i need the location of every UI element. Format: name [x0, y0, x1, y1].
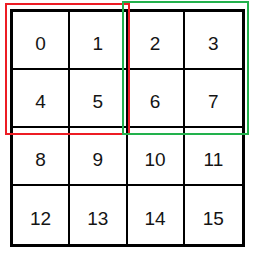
cell-7: 7	[185, 70, 242, 128]
cell-10: 10	[128, 128, 185, 186]
cell-5: 5	[70, 70, 127, 128]
cell-15: 15	[185, 186, 242, 244]
cell-9: 9	[70, 128, 127, 186]
cell-4: 4	[13, 70, 70, 128]
cell-8: 8	[13, 128, 70, 186]
cell-11: 11	[185, 128, 242, 186]
grid-board: 0 1 2 3 4 5 6 7 8 9 10 11 12 13 14 15	[10, 9, 245, 247]
cell-0: 0	[13, 12, 70, 70]
cell-12: 12	[13, 186, 70, 244]
cell-6: 6	[128, 70, 185, 128]
cell-2: 2	[128, 12, 185, 70]
cell-14: 14	[128, 186, 185, 244]
cell-3: 3	[185, 12, 242, 70]
diagram-canvas: 0 1 2 3 4 5 6 7 8 9 10 11 12 13 14 15	[0, 0, 256, 255]
cell-13: 13	[70, 186, 127, 244]
cell-1: 1	[70, 12, 127, 70]
